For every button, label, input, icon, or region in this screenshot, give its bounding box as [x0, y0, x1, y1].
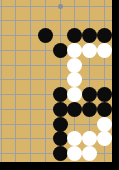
black-stone[interactable]: [53, 43, 68, 58]
black-stone[interactable]: [53, 117, 68, 132]
white-stone[interactable]: [67, 131, 82, 146]
black-stone[interactable]: [97, 87, 112, 102]
white-stone[interactable]: [67, 72, 82, 87]
white-stone[interactable]: [82, 131, 97, 146]
black-stone[interactable]: [53, 87, 68, 102]
black-stone[interactable]: [97, 102, 112, 117]
grid-line-horizontal: [0, 20, 112, 21]
white-stone[interactable]: [82, 146, 97, 161]
go-board-viewport: [0, 0, 119, 170]
board-edge-bottom: [0, 162, 119, 170]
white-stone[interactable]: [97, 131, 112, 146]
black-stone[interactable]: [82, 87, 97, 102]
grid-line-horizontal: [0, 65, 112, 66]
black-stone[interactable]: [53, 146, 68, 161]
go-board[interactable]: [0, 0, 119, 170]
black-stone[interactable]: [97, 28, 112, 43]
grid-line-horizontal: [0, 6, 112, 7]
black-stone[interactable]: [38, 28, 53, 43]
white-stone[interactable]: [67, 43, 82, 58]
white-stone[interactable]: [67, 58, 82, 73]
white-stone[interactable]: [67, 87, 82, 102]
grid-line-horizontal: [0, 79, 112, 80]
black-stone[interactable]: [53, 131, 68, 146]
black-stone[interactable]: [67, 102, 82, 117]
white-stone[interactable]: [97, 43, 112, 58]
white-stone[interactable]: [97, 117, 112, 132]
board-edge-right: [112, 0, 119, 170]
black-stone[interactable]: [53, 102, 68, 117]
black-stone[interactable]: [82, 102, 97, 117]
black-stone[interactable]: [82, 28, 97, 43]
white-stone[interactable]: [82, 43, 97, 58]
black-stone[interactable]: [67, 28, 82, 43]
star-point: [58, 4, 63, 9]
white-stone[interactable]: [67, 146, 82, 161]
